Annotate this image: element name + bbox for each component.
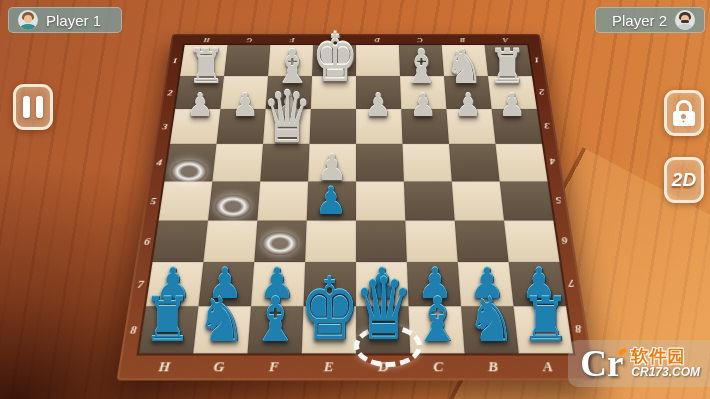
piece-black-bishop-c8[interactable]: ♝ bbox=[410, 289, 465, 351]
piece-black-pawn-e5[interactable]: ♟ bbox=[313, 182, 349, 220]
player1-bar: Player 1 bbox=[8, 7, 122, 33]
piece-white-king-e1[interactable]: ♚ bbox=[309, 24, 361, 91]
piece-black-knight-b8[interactable]: ♞ bbox=[464, 289, 519, 351]
square-d1[interactable] bbox=[356, 45, 400, 76]
coord-label-D: D bbox=[356, 356, 411, 379]
pause-icon bbox=[23, 96, 30, 118]
piece-black-rook-a8[interactable]: ♜ bbox=[518, 289, 573, 351]
player1-avatar-icon bbox=[18, 10, 38, 30]
square-b4[interactable] bbox=[449, 144, 500, 181]
piece-white-pawn-h2[interactable]: ♟ bbox=[185, 90, 215, 122]
move-hint-g5[interactable] bbox=[215, 195, 251, 218]
square-a5[interactable] bbox=[500, 181, 554, 220]
piece-white-pawn-d2[interactable]: ♟ bbox=[363, 90, 393, 122]
piece-black-king-e8[interactable]: ♚ bbox=[296, 266, 363, 352]
square-c5[interactable] bbox=[404, 181, 455, 220]
square-e3[interactable] bbox=[309, 109, 356, 144]
piece-white-pawn-c2[interactable]: ♟ bbox=[408, 90, 438, 122]
move-hint-f6[interactable] bbox=[262, 232, 298, 255]
coord-label-C: C bbox=[410, 356, 466, 379]
view-2d-label: 2D bbox=[672, 169, 696, 191]
watermark: Cr 软件园 CR173.COM bbox=[568, 340, 710, 387]
coord-label-E: E bbox=[301, 356, 356, 379]
coord-label-H: H bbox=[135, 356, 193, 379]
piece-white-pawn-g2[interactable]: ♟ bbox=[230, 90, 260, 122]
square-g1[interactable] bbox=[224, 45, 270, 76]
square-d5[interactable] bbox=[356, 181, 405, 220]
square-b5[interactable] bbox=[452, 181, 504, 220]
far-coord-label-D: D bbox=[356, 35, 399, 44]
square-d4[interactable] bbox=[356, 144, 404, 181]
pause-button[interactable] bbox=[13, 84, 53, 130]
piece-white-knight-b1[interactable]: ♞ bbox=[443, 44, 485, 91]
piece-black-bishop-f8[interactable]: ♝ bbox=[248, 289, 303, 351]
game-screen: HGFEDCBA HGFEDCBA 12345678 12345678 ♜♞♝♛… bbox=[0, 0, 710, 399]
square-a4[interactable] bbox=[496, 144, 548, 181]
coord-label-F: F bbox=[246, 356, 302, 379]
piece-white-rook-h1[interactable]: ♜ bbox=[185, 44, 227, 91]
player2-bar: Player 2 bbox=[595, 7, 705, 33]
square-c4[interactable] bbox=[403, 144, 452, 181]
square-h5[interactable] bbox=[159, 181, 213, 220]
piece-black-knight-g8[interactable]: ♞ bbox=[194, 289, 249, 351]
square-g4[interactable] bbox=[212, 144, 263, 181]
lock-icon bbox=[672, 100, 696, 126]
lock-button[interactable] bbox=[664, 90, 704, 136]
square-a6[interactable] bbox=[504, 220, 559, 262]
square-b6[interactable] bbox=[455, 220, 509, 262]
view-2d-button[interactable]: 2D bbox=[664, 157, 704, 203]
piece-white-pawn-a2[interactable]: ♟ bbox=[497, 90, 527, 122]
square-d6[interactable] bbox=[356, 220, 407, 262]
player2-name: Player 2 bbox=[612, 12, 667, 29]
square-f5[interactable] bbox=[257, 181, 308, 220]
piece-black-rook-h8[interactable]: ♜ bbox=[140, 289, 195, 351]
square-c6[interactable] bbox=[405, 220, 457, 262]
file-labels-near: HGFEDCBA bbox=[135, 356, 576, 379]
coord-label-G: G bbox=[190, 356, 247, 379]
piece-white-bishop-c1[interactable]: ♝ bbox=[400, 44, 442, 91]
move-hint-h4[interactable] bbox=[171, 160, 207, 183]
piece-white-rook-a1[interactable]: ♜ bbox=[486, 44, 528, 91]
watermark-site-domain: CR173.COM bbox=[631, 366, 700, 379]
piece-white-queen-f3[interactable]: ♛ bbox=[259, 82, 315, 154]
square-e6[interactable] bbox=[305, 220, 356, 262]
watermark-site-name: 软件园 bbox=[631, 348, 685, 366]
square-h6[interactable] bbox=[153, 220, 208, 262]
far-coord-label-G: G bbox=[228, 35, 271, 44]
player2-avatar-icon bbox=[675, 10, 695, 30]
coord-label-B: B bbox=[465, 356, 522, 379]
square-g6[interactable] bbox=[203, 220, 257, 262]
watermark-logo: Cr bbox=[580, 345, 623, 382]
player1-name: Player 1 bbox=[46, 12, 101, 29]
piece-white-pawn-b2[interactable]: ♟ bbox=[453, 90, 483, 122]
